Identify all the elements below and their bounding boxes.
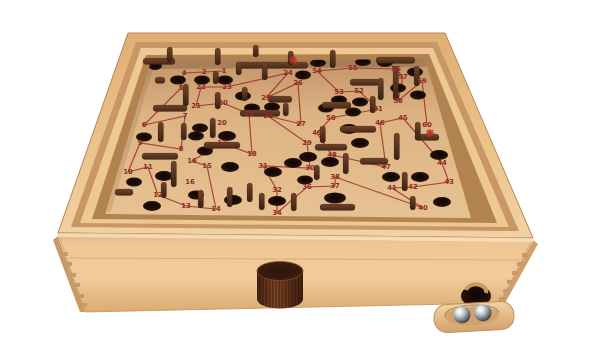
maze-wall-v bbox=[181, 123, 187, 140]
maze-wall-v bbox=[330, 50, 336, 68]
station-25: 25 bbox=[261, 94, 271, 102]
maze-wall-h bbox=[115, 189, 133, 196]
station-49: 49 bbox=[312, 129, 322, 137]
maze-hole bbox=[351, 138, 369, 148]
maze-wall-h bbox=[340, 126, 376, 133]
maze-hole bbox=[324, 193, 346, 204]
station-34: 34 bbox=[272, 209, 282, 217]
maze-wall-h bbox=[320, 204, 355, 211]
maze-wall-v bbox=[343, 153, 349, 174]
maze-hole bbox=[295, 71, 311, 80]
station-60: 60 bbox=[422, 121, 432, 129]
station-13: 13 bbox=[181, 202, 191, 210]
maze-wall-v bbox=[262, 62, 268, 80]
maze-wall-v bbox=[198, 190, 204, 208]
maze-hole bbox=[143, 201, 161, 211]
station-55: 55 bbox=[348, 64, 358, 72]
maze-hole bbox=[224, 195, 242, 205]
station-52: 52 bbox=[354, 87, 364, 95]
station-38: 38 bbox=[330, 173, 340, 181]
maze-wall-v bbox=[402, 172, 408, 191]
goal-star bbox=[426, 129, 434, 137]
maze-hole bbox=[411, 172, 429, 182]
station-20: 20 bbox=[217, 119, 227, 127]
station-20: 20 bbox=[218, 99, 228, 107]
maze-wall-v bbox=[210, 118, 216, 138]
station-2: 2 bbox=[202, 68, 207, 76]
maze-wall-v bbox=[227, 187, 233, 207]
station-53: 53 bbox=[334, 88, 344, 96]
station-27: 27 bbox=[296, 120, 306, 128]
maze-hole bbox=[352, 98, 368, 107]
maze-wall-v bbox=[215, 48, 221, 65]
maze-wall-h bbox=[268, 96, 292, 103]
station-51: 51 bbox=[373, 105, 383, 113]
maze-wall-v bbox=[247, 183, 253, 202]
ball-tray bbox=[433, 301, 514, 333]
station-45: 45 bbox=[398, 114, 408, 122]
maze-hole bbox=[126, 178, 142, 187]
maze-wall-v bbox=[171, 161, 177, 187]
station-10: 10 bbox=[123, 168, 133, 176]
station-8: 8 bbox=[179, 145, 184, 153]
station-5: 5 bbox=[179, 84, 184, 92]
steel-ball[interactable] bbox=[475, 305, 492, 322]
station-1: 1 bbox=[222, 67, 227, 75]
maze-wall-v bbox=[259, 193, 265, 210]
maze-hole bbox=[382, 172, 400, 182]
maze-hole bbox=[268, 196, 286, 206]
station-12: 12 bbox=[153, 191, 163, 199]
station-31: 31 bbox=[258, 162, 268, 170]
station-16: 16 bbox=[185, 178, 195, 186]
station-9: 9 bbox=[138, 139, 143, 147]
station-15: 15 bbox=[202, 162, 212, 170]
maze-hole bbox=[345, 108, 361, 117]
maze-wall-v bbox=[410, 196, 416, 210]
maze-hole bbox=[299, 152, 317, 162]
station-47: 47 bbox=[381, 163, 391, 171]
station-23: 23 bbox=[222, 83, 232, 91]
maze-wall-v bbox=[291, 193, 297, 211]
station-36: 36 bbox=[302, 183, 312, 191]
station-54: 54 bbox=[312, 67, 322, 75]
tilt-knob[interactable] bbox=[257, 262, 303, 309]
maze-wall-h bbox=[155, 77, 165, 84]
maze-wall-h bbox=[153, 105, 187, 112]
station-19: 19 bbox=[244, 110, 254, 118]
maze-wall-v bbox=[242, 87, 248, 101]
station-46: 46 bbox=[375, 119, 385, 127]
station-41: 41 bbox=[387, 184, 397, 192]
station-59: 59 bbox=[417, 77, 427, 85]
maze-hole bbox=[155, 171, 173, 181]
maze-hole bbox=[221, 162, 239, 172]
maze-wall-v bbox=[167, 47, 173, 62]
maze-hole bbox=[310, 59, 326, 67]
station-44: 44 bbox=[437, 159, 447, 167]
maze-wall-h bbox=[350, 79, 380, 86]
station-6: 6 bbox=[142, 121, 147, 129]
station-24: 24 bbox=[283, 69, 293, 77]
maze-wall-h bbox=[322, 102, 351, 109]
station-42: 42 bbox=[408, 183, 418, 191]
station-29: 29 bbox=[302, 139, 312, 147]
station-56: 56 bbox=[391, 65, 401, 73]
maze-hole bbox=[410, 91, 426, 100]
maze-wall-v bbox=[213, 71, 219, 84]
station-7: 7 bbox=[183, 112, 188, 120]
steel-ball[interactable] bbox=[454, 307, 471, 324]
station-18: 18 bbox=[247, 150, 257, 158]
station-58: 58 bbox=[393, 97, 403, 105]
maze-hole bbox=[192, 124, 208, 133]
maze-wall-h bbox=[376, 57, 415, 64]
maze-wall-v bbox=[415, 122, 421, 140]
maze-wall-h bbox=[142, 153, 178, 160]
start-star bbox=[289, 56, 297, 64]
maze-wall-h bbox=[315, 144, 347, 151]
maze-hole bbox=[188, 132, 204, 141]
maze-wall-v bbox=[314, 165, 320, 180]
maze-wall-v bbox=[183, 84, 189, 106]
station-14: 14 bbox=[211, 205, 221, 213]
labyrinth-game-photo: 1245678910111213141516161718192020212223… bbox=[0, 0, 600, 362]
maze-hole bbox=[284, 158, 302, 168]
station-57: 57 bbox=[398, 73, 408, 81]
station-16: 16 bbox=[187, 157, 197, 165]
station-32: 32 bbox=[272, 186, 282, 194]
maze-wall-v bbox=[158, 122, 164, 142]
maze-wall-v bbox=[394, 133, 400, 160]
station-37: 37 bbox=[330, 182, 340, 190]
station-40: 40 bbox=[418, 204, 428, 212]
maze-wall-v bbox=[236, 62, 242, 75]
maze-hole bbox=[433, 197, 451, 207]
station-43: 43 bbox=[444, 178, 454, 186]
station-22: 22 bbox=[196, 83, 206, 91]
station-50: 50 bbox=[326, 114, 336, 122]
maze-wall-v bbox=[253, 45, 259, 57]
station-26: 26 bbox=[293, 79, 303, 87]
station-4: 4 bbox=[182, 69, 187, 77]
station-21: 21 bbox=[191, 102, 201, 110]
station-11: 11 bbox=[143, 163, 153, 171]
maze-wall-v bbox=[283, 103, 289, 116]
station-30: 30 bbox=[305, 164, 315, 172]
station-48: 48 bbox=[327, 151, 337, 159]
maze-wall-v bbox=[378, 78, 384, 100]
station-28: 28 bbox=[263, 112, 273, 120]
station-17: 17 bbox=[217, 139, 227, 147]
maze-wall-h bbox=[236, 62, 308, 69]
